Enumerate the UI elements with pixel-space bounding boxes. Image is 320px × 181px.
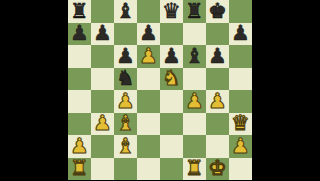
square-f1[interactable]: ♜ xyxy=(183,158,206,181)
black-pawn-g6[interactable]: ♟ xyxy=(208,45,227,66)
square-f8[interactable]: ♜ xyxy=(183,0,206,23)
black-pawn-h7[interactable]: ♟ xyxy=(231,23,250,44)
square-g4[interactable]: ♟ xyxy=(206,90,229,113)
black-pawn-a7[interactable]: ♟ xyxy=(70,23,89,44)
square-c4[interactable]: ♟ xyxy=(114,90,137,113)
white-bishop-c2[interactable]: ♝ xyxy=(116,135,135,156)
white-rook-a1[interactable]: ♜ xyxy=(70,158,89,179)
black-bishop-c8[interactable]: ♝ xyxy=(116,0,135,21)
square-d3[interactable] xyxy=(137,113,160,136)
square-c7[interactable] xyxy=(114,23,137,46)
square-h6[interactable] xyxy=(229,45,252,68)
square-g5[interactable] xyxy=(206,68,229,91)
white-pawn-c4[interactable]: ♟ xyxy=(116,90,135,111)
square-a3[interactable] xyxy=(68,113,91,136)
square-h5[interactable] xyxy=(229,68,252,91)
white-pawn-a2[interactable]: ♟ xyxy=(70,135,89,156)
square-e5[interactable]: ♞ xyxy=(160,68,183,91)
square-b8[interactable] xyxy=(91,0,114,23)
square-a5[interactable] xyxy=(68,68,91,91)
square-b4[interactable] xyxy=(91,90,114,113)
square-g2[interactable] xyxy=(206,135,229,158)
square-h2[interactable]: ♟ xyxy=(229,135,252,158)
square-f3[interactable] xyxy=(183,113,206,136)
square-e1[interactable] xyxy=(160,158,183,181)
right-letterbox-bar xyxy=(252,0,320,180)
square-c8[interactable]: ♝ xyxy=(114,0,137,23)
black-king-g8[interactable]: ♚ xyxy=(208,0,227,21)
square-a2[interactable]: ♟ xyxy=(68,135,91,158)
square-b2[interactable] xyxy=(91,135,114,158)
square-f4[interactable]: ♟ xyxy=(183,90,206,113)
black-knight-c5[interactable]: ♞ xyxy=(116,68,135,89)
square-g6[interactable]: ♟ xyxy=(206,45,229,68)
square-a1[interactable]: ♜ xyxy=(68,158,91,181)
white-queen-h3[interactable]: ♛ xyxy=(231,113,250,134)
black-rook-a8[interactable]: ♜ xyxy=(70,0,89,21)
square-g7[interactable] xyxy=(206,23,229,46)
white-rook-f1[interactable]: ♜ xyxy=(185,158,204,179)
square-d8[interactable] xyxy=(137,0,160,23)
chess-board: ♜♝♛♜♚♟♟♟♟♟♟♟♝♟♞♞♟♟♟♟♝♛♟♝♟♜♜♚ xyxy=(68,0,252,180)
square-b1[interactable] xyxy=(91,158,114,181)
black-queen-e8[interactable]: ♛ xyxy=(162,0,181,21)
white-pawn-h2[interactable]: ♟ xyxy=(231,135,250,156)
square-g3[interactable] xyxy=(206,113,229,136)
white-king-g1[interactable]: ♚ xyxy=(208,158,227,179)
square-d5[interactable] xyxy=(137,68,160,91)
square-c3[interactable]: ♝ xyxy=(114,113,137,136)
square-g1[interactable]: ♚ xyxy=(206,158,229,181)
square-d2[interactable] xyxy=(137,135,160,158)
white-pawn-g4[interactable]: ♟ xyxy=(208,90,227,111)
square-h3[interactable]: ♛ xyxy=(229,113,252,136)
square-a4[interactable] xyxy=(68,90,91,113)
square-a7[interactable]: ♟ xyxy=(68,23,91,46)
square-b7[interactable]: ♟ xyxy=(91,23,114,46)
square-e6[interactable]: ♟ xyxy=(160,45,183,68)
white-pawn-d6[interactable]: ♟ xyxy=(139,45,158,66)
square-a6[interactable] xyxy=(68,45,91,68)
white-knight-e5[interactable]: ♞ xyxy=(162,68,181,89)
square-h1[interactable] xyxy=(229,158,252,181)
black-pawn-c6[interactable]: ♟ xyxy=(116,45,135,66)
square-h8[interactable] xyxy=(229,0,252,23)
square-e4[interactable] xyxy=(160,90,183,113)
square-f2[interactable] xyxy=(183,135,206,158)
white-bishop-c3[interactable]: ♝ xyxy=(116,113,135,134)
square-f7[interactable] xyxy=(183,23,206,46)
square-b6[interactable] xyxy=(91,45,114,68)
square-f5[interactable] xyxy=(183,68,206,91)
square-c1[interactable] xyxy=(114,158,137,181)
square-e3[interactable] xyxy=(160,113,183,136)
square-b5[interactable] xyxy=(91,68,114,91)
square-e7[interactable] xyxy=(160,23,183,46)
white-pawn-f4[interactable]: ♟ xyxy=(185,90,204,111)
square-d7[interactable]: ♟ xyxy=(137,23,160,46)
black-pawn-b7[interactable]: ♟ xyxy=(93,23,112,44)
black-pawn-d7[interactable]: ♟ xyxy=(139,23,158,44)
square-e2[interactable] xyxy=(160,135,183,158)
square-c5[interactable]: ♞ xyxy=(114,68,137,91)
square-g8[interactable]: ♚ xyxy=(206,0,229,23)
black-pawn-e6[interactable]: ♟ xyxy=(162,45,181,66)
square-h4[interactable] xyxy=(229,90,252,113)
square-c2[interactable]: ♝ xyxy=(114,135,137,158)
black-bishop-f6[interactable]: ♝ xyxy=(185,45,204,66)
square-b3[interactable]: ♟ xyxy=(91,113,114,136)
square-c6[interactable]: ♟ xyxy=(114,45,137,68)
game-screen: ♜♝♛♜♚♟♟♟♟♟♟♟♝♟♞♞♟♟♟♟♝♛♟♝♟♜♜♚ xyxy=(0,0,320,180)
square-d4[interactable] xyxy=(137,90,160,113)
square-d6[interactable]: ♟ xyxy=(137,45,160,68)
square-f6[interactable]: ♝ xyxy=(183,45,206,68)
black-rook-f8[interactable]: ♜ xyxy=(185,0,204,21)
square-e8[interactable]: ♛ xyxy=(160,0,183,23)
square-a8[interactable]: ♜ xyxy=(68,0,91,23)
left-letterbox-bar xyxy=(0,0,68,180)
square-d1[interactable] xyxy=(137,158,160,181)
white-pawn-b3[interactable]: ♟ xyxy=(93,113,112,134)
square-h7[interactable]: ♟ xyxy=(229,23,252,46)
